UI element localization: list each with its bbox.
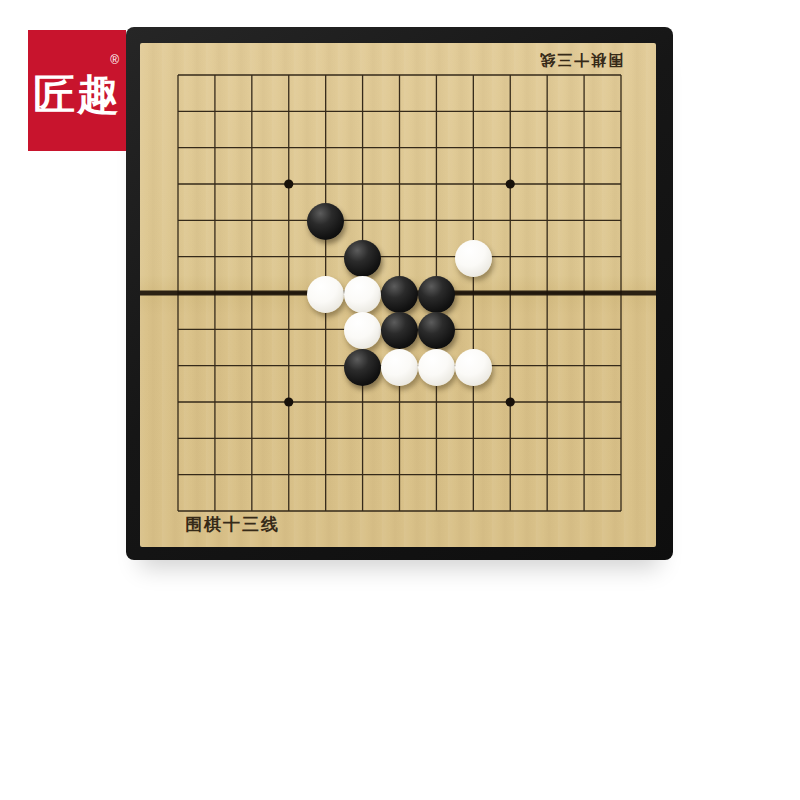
board-label-bottom: 围棋十三线 [185,513,280,536]
black-stone [344,240,381,277]
black-stone [418,312,455,349]
white-stone [455,349,492,386]
star-point [284,397,293,406]
black-stone [344,349,381,386]
white-stone [381,349,418,386]
board-label-top-inverted: 围棋十三线 [538,50,623,69]
go-board: 围棋十三线 围棋十三线 [140,43,656,547]
white-stone [455,240,492,277]
white-stone [344,276,381,313]
star-point [506,397,515,406]
brand-logo: 匠趣 ® [28,30,126,151]
star-point [284,179,293,188]
registered-trademark-icon: ® [110,54,119,66]
black-stone [381,276,418,313]
product-photo: 匠趣 ® 围棋十三线 围棋十三线 [0,0,800,800]
star-point [506,179,515,188]
white-stone [307,276,344,313]
black-stone [418,276,455,313]
brand-logo-text: 匠趣 [33,74,121,116]
go-board-frame: 围棋十三线 围棋十三线 [126,27,673,560]
white-stone [418,349,455,386]
